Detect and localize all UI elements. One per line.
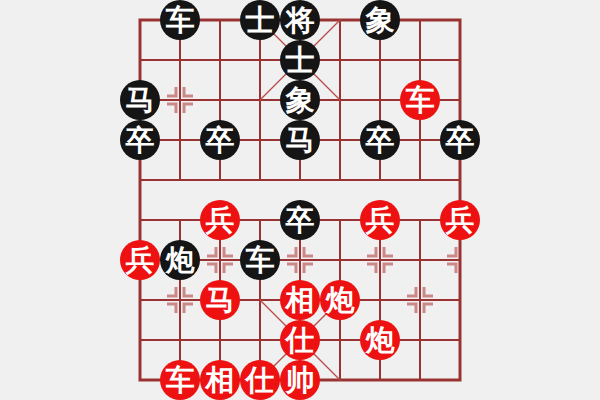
piece-red-cannon[interactable]: 炮 xyxy=(360,320,400,360)
piece-red-advisor[interactable]: 仕 xyxy=(240,360,280,400)
piece-black-soldier[interactable]: 卒 xyxy=(280,200,320,240)
piece-black-cannon[interactable]: 炮 xyxy=(160,240,200,280)
piece-black-elephant[interactable]: 象 xyxy=(360,0,400,40)
piece-black-elephant[interactable]: 象 xyxy=(280,80,320,120)
piece-red-advisor[interactable]: 仕 xyxy=(280,320,320,360)
xiangqi-board[interactable]: 车士将象士马象车卒卒马卒卒兵卒兵兵兵炮车马相炮仕炮车相仕帅 xyxy=(120,0,480,400)
piece-red-chariot[interactable]: 车 xyxy=(160,360,200,400)
piece-red-general[interactable]: 帅 xyxy=(280,360,320,400)
piece-red-chariot[interactable]: 车 xyxy=(400,80,440,120)
piece-black-soldier[interactable]: 卒 xyxy=(200,120,240,160)
piece-red-soldier[interactable]: 兵 xyxy=(120,240,160,280)
piece-red-soldier[interactable]: 兵 xyxy=(360,200,400,240)
piece-black-chariot[interactable]: 车 xyxy=(240,240,280,280)
piece-black-soldier[interactable]: 卒 xyxy=(440,120,480,160)
piece-red-horse[interactable]: 马 xyxy=(200,280,240,320)
piece-red-soldier[interactable]: 兵 xyxy=(200,200,240,240)
piece-red-elephant[interactable]: 相 xyxy=(280,280,320,320)
piece-black-general[interactable]: 将 xyxy=(280,0,320,40)
piece-black-soldier[interactable]: 卒 xyxy=(120,120,160,160)
piece-red-soldier[interactable]: 兵 xyxy=(440,200,480,240)
piece-black-horse[interactable]: 马 xyxy=(280,120,320,160)
piece-black-soldier[interactable]: 卒 xyxy=(360,120,400,160)
piece-black-chariot[interactable]: 车 xyxy=(160,0,200,40)
piece-black-horse[interactable]: 马 xyxy=(120,80,160,120)
xiangqi-app-screen: 车士将象士马象车卒卒马卒卒兵卒兵兵兵炮车马相炮仕炮车相仕帅 xyxy=(0,0,600,400)
piece-red-cannon[interactable]: 炮 xyxy=(320,280,360,320)
piece-black-advisor[interactable]: 士 xyxy=(240,0,280,40)
piece-black-advisor[interactable]: 士 xyxy=(280,40,320,80)
piece-red-elephant[interactable]: 相 xyxy=(200,360,240,400)
